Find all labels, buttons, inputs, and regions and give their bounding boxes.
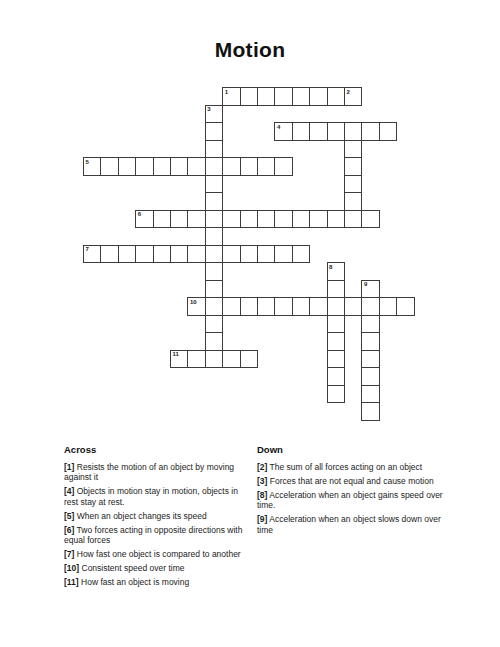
clue-item-number: [6]: [64, 525, 74, 535]
grid-cell[interactable]: [274, 87, 292, 106]
cell-clue-number: 7: [86, 246, 89, 253]
grid-cell[interactable]: [361, 332, 379, 351]
grid-cell[interactable]: [361, 402, 379, 421]
grid-cell[interactable]: [240, 157, 258, 176]
grid-cell[interactable]: [274, 297, 292, 316]
crossword-grid: 1234567891011: [0, 0, 500, 440]
grid-cell[interactable]: [240, 350, 258, 369]
clue-item: [2] The sum of all forces acting on an o…: [257, 462, 449, 472]
grid-cell[interactable]: [327, 367, 345, 386]
grid-cell[interactable]: [361, 385, 379, 404]
grid-cell[interactable]: [327, 87, 345, 106]
grid-cell[interactable]: [327, 297, 345, 316]
grid-cell[interactable]: [100, 157, 118, 176]
grid-cell[interactable]: [292, 210, 310, 229]
grid-cell[interactable]: [240, 210, 258, 229]
clue-item-number: [4]: [64, 486, 74, 496]
grid-cell[interactable]: [292, 122, 310, 141]
grid-cell[interactable]: [257, 297, 275, 316]
clue-item-number: [11]: [64, 577, 79, 587]
grid-cell[interactable]: [222, 297, 240, 316]
clue-item: [9] Acceleration when an object slows do…: [257, 514, 449, 535]
grid-cell[interactable]: [205, 157, 223, 176]
grid-cell[interactable]: [187, 245, 205, 264]
grid-cell[interactable]: [240, 297, 258, 316]
grid-cell[interactable]: [327, 122, 345, 141]
grid-cell[interactable]: [257, 157, 275, 176]
cell-clue-number: 8: [329, 264, 332, 271]
grid-cell[interactable]: [205, 140, 223, 159]
cell-clue-number: 10: [190, 299, 197, 306]
grid-cell[interactable]: [327, 350, 345, 369]
cell-clue-number: 4: [277, 124, 280, 131]
grid-cell[interactable]: 7: [83, 245, 101, 264]
grid-cell[interactable]: 1: [222, 87, 240, 106]
grid-cell[interactable]: [222, 245, 240, 264]
grid-cell[interactable]: [205, 332, 223, 351]
grid-cell[interactable]: [118, 157, 136, 176]
grid-cell[interactable]: [292, 87, 310, 106]
grid-cell[interactable]: [309, 87, 327, 106]
grid-cell[interactable]: [361, 122, 379, 141]
grid-cell[interactable]: [396, 297, 414, 316]
grid-cell[interactable]: [222, 210, 240, 229]
grid-cell[interactable]: [205, 210, 223, 229]
grid-cell[interactable]: [205, 280, 223, 299]
grid-cell[interactable]: [361, 367, 379, 386]
grid-cell[interactable]: [327, 210, 345, 229]
grid-cell[interactable]: 3: [205, 105, 223, 124]
grid-cell[interactable]: [118, 245, 136, 264]
clue-item: [1] Resists the motion of an object by m…: [64, 462, 254, 483]
grid-cell[interactable]: [344, 192, 362, 211]
grid-cell[interactable]: [292, 297, 310, 316]
clue-item: [8] Acceleration when an object gains sp…: [257, 490, 449, 511]
grid-cell[interactable]: [327, 315, 345, 334]
clue-item-number: [3]: [257, 476, 267, 486]
grid-cell[interactable]: [361, 350, 379, 369]
clue-item-number: [1]: [64, 462, 74, 472]
grid-cell[interactable]: [344, 210, 362, 229]
clue-item: [5] When an object changes its speed: [64, 511, 254, 521]
grid-cell[interactable]: [257, 87, 275, 106]
grid-cell[interactable]: [257, 210, 275, 229]
grid-cell[interactable]: [344, 157, 362, 176]
grid-cell[interactable]: [379, 297, 397, 316]
grid-cell[interactable]: [274, 245, 292, 264]
grid-cell[interactable]: [153, 157, 171, 176]
grid-cell[interactable]: [170, 245, 188, 264]
clue-item: [3] Forces that are not equal and cause …: [257, 476, 449, 486]
across-clues-list: [1] Resists the motion of an object by m…: [64, 462, 254, 588]
grid-cell[interactable]: [205, 175, 223, 194]
grid-cell[interactable]: [344, 122, 362, 141]
grid-cell[interactable]: [240, 87, 258, 106]
grid-cell[interactable]: 10: [187, 297, 205, 316]
clue-item: [10] Consistent speed over time: [64, 563, 254, 573]
grid-cell[interactable]: [135, 157, 153, 176]
grid-cell[interactable]: [222, 350, 240, 369]
down-clues-list: [2] The sum of all forces acting on an o…: [257, 462, 449, 535]
cell-clue-number: 5: [86, 159, 89, 166]
down-clues-section: Down [2] The sum of all forces acting on…: [257, 444, 449, 539]
grid-cell[interactable]: 8: [327, 262, 345, 281]
grid-cell[interactable]: [344, 175, 362, 194]
grid-cell[interactable]: [205, 350, 223, 369]
cell-clue-number: 6: [138, 211, 141, 218]
grid-cell[interactable]: [344, 297, 362, 316]
grid-cell[interactable]: [205, 122, 223, 141]
clue-item-number: [7]: [64, 549, 74, 559]
grid-cell[interactable]: [274, 157, 292, 176]
grid-cell[interactable]: [187, 350, 205, 369]
grid-cell[interactable]: [274, 210, 292, 229]
clue-item: [6] Two forces acting in opposite direct…: [64, 525, 254, 546]
cell-clue-number: 1: [225, 89, 228, 96]
grid-cell[interactable]: 11: [170, 350, 188, 369]
grid-cell[interactable]: [170, 157, 188, 176]
grid-cell[interactable]: [222, 157, 240, 176]
grid-cell[interactable]: [187, 157, 205, 176]
grid-cell[interactable]: [309, 210, 327, 229]
grid-cell[interactable]: 2: [344, 87, 362, 106]
grid-cell[interactable]: [170, 210, 188, 229]
grid-cell[interactable]: [100, 245, 118, 264]
clue-item: [4] Objects in motion stay in motion, ob…: [64, 486, 254, 507]
grid-cell[interactable]: [292, 245, 310, 264]
grid-cell[interactable]: [361, 210, 379, 229]
grid-cell[interactable]: [327, 332, 345, 351]
grid-cell[interactable]: [309, 122, 327, 141]
cell-clue-number: 9: [364, 281, 367, 288]
grid-cell[interactable]: 5: [83, 157, 101, 176]
clue-item-number: [10]: [64, 563, 79, 573]
grid-cell[interactable]: 9: [361, 280, 379, 299]
down-header: Down: [257, 444, 449, 455]
grid-cell[interactable]: [361, 297, 379, 316]
grid-cell[interactable]: [205, 297, 223, 316]
grid-cell[interactable]: 4: [274, 122, 292, 141]
grid-cell[interactable]: [257, 245, 275, 264]
across-header: Across: [64, 444, 254, 455]
grid-cell[interactable]: [205, 192, 223, 211]
grid-cell[interactable]: [240, 245, 258, 264]
grid-cell[interactable]: [187, 210, 205, 229]
grid-cell[interactable]: [135, 245, 153, 264]
cell-clue-number: 3: [207, 106, 210, 113]
clue-item-number: [5]: [64, 511, 74, 521]
grid-cell[interactable]: [327, 280, 345, 299]
grid-cell[interactable]: [153, 210, 171, 229]
clue-item: [11] How fast an object is moving: [64, 577, 254, 587]
grid-cell[interactable]: [153, 245, 171, 264]
crossword-page: Motion 1234567891011 Across [1] Resists …: [0, 0, 500, 647]
grid-cell[interactable]: [205, 245, 223, 264]
clue-item-number: [9]: [257, 514, 267, 524]
across-clues-section: Across [1] Resists the motion of an obje…: [64, 444, 254, 591]
grid-cell[interactable]: [361, 315, 379, 334]
cell-clue-number: 11: [173, 351, 179, 358]
grid-cell[interactable]: [309, 297, 327, 316]
clue-item-number: [2]: [257, 462, 267, 472]
grid-cell[interactable]: [344, 140, 362, 159]
grid-cell[interactable]: [205, 262, 223, 281]
grid-cell[interactable]: [379, 122, 397, 141]
clue-item-number: [8]: [257, 490, 267, 500]
cell-clue-number: 2: [347, 89, 350, 96]
grid-cell[interactable]: [205, 315, 223, 334]
grid-cell[interactable]: 6: [135, 210, 153, 229]
clue-item: [7] How fast one object is compared to a…: [64, 549, 254, 559]
grid-cell[interactable]: [205, 227, 223, 246]
grid-cell[interactable]: [327, 385, 345, 404]
